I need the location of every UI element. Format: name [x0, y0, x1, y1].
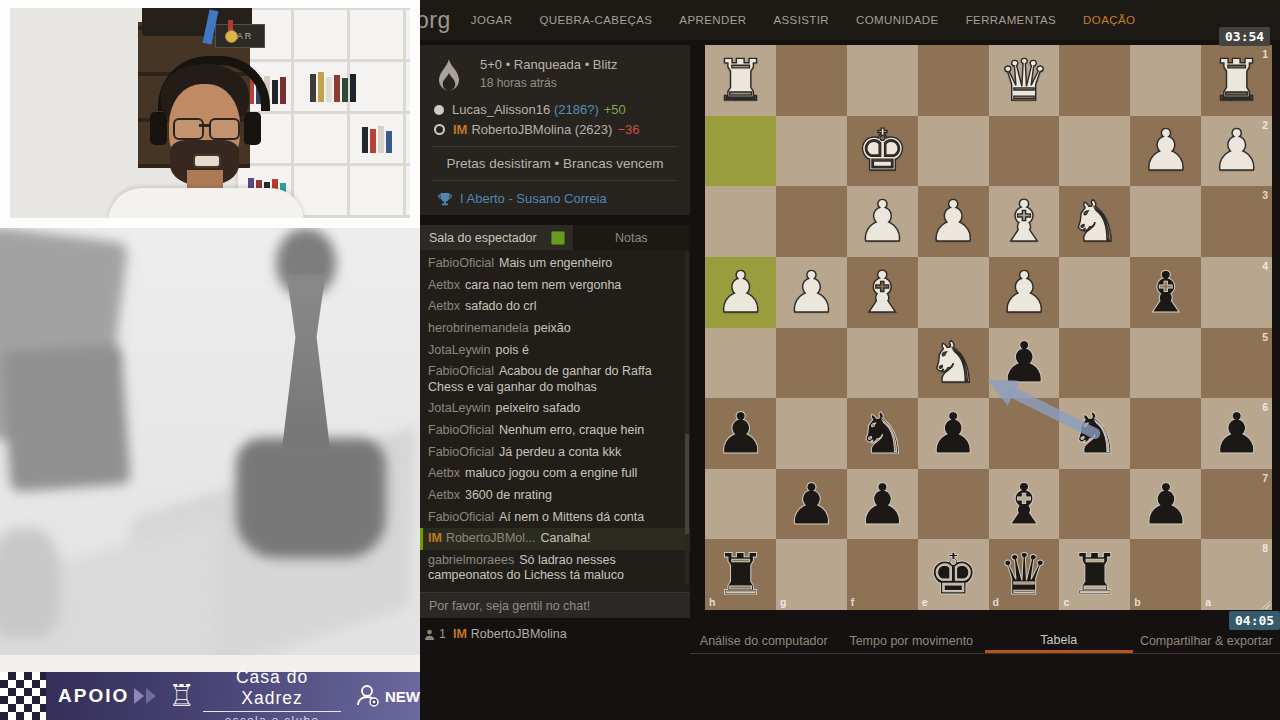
- chess-board: ♜♛♜1♚♟♟2♟♟♝♞3♟♟♝♟♝4♞♟5♟♞♟♞♟6♟♟♝♟7♜hgf♚e♛…: [705, 45, 1272, 610]
- square-b3[interactable]: [1130, 186, 1201, 257]
- black-bishop-d7: ♝: [989, 469, 1060, 540]
- glasses: [209, 118, 240, 140]
- square-b1[interactable]: [1130, 45, 1201, 116]
- chat-message: FabioOficialNenhum erro, craque hein: [420, 420, 690, 442]
- banner-new-label: NEW: [385, 688, 420, 705]
- white-knight-e5: ♞: [918, 328, 989, 399]
- medal: [225, 30, 238, 43]
- black-player-rating: (2623): [575, 122, 613, 137]
- square-a3[interactable]: 3: [1201, 186, 1272, 257]
- black-pawn-h6: ♟: [705, 398, 776, 469]
- tab-notes[interactable]: Notas: [573, 225, 690, 250]
- top-nav: org JOGARQUEBRA-CABEÇASAPRENDERASSISTIRC…: [420, 0, 1280, 40]
- black-pawn-b7: ♟: [1130, 469, 1201, 540]
- square-g3[interactable]: [776, 186, 847, 257]
- chat-message: FabioOficialAcabou de ganhar do Raffa Ch…: [420, 361, 690, 398]
- chat-toggle[interactable]: [551, 231, 565, 245]
- black-queen-d8: ♛: [989, 539, 1060, 610]
- rook-logo-icon: ♖: [168, 681, 195, 711]
- square-h1[interactable]: ♜: [705, 45, 776, 116]
- white-pawn-g4: ♟: [776, 257, 847, 328]
- trophy-icon: [438, 192, 452, 206]
- chat-messages: FabioOficialMais um engenheiroAetbxcara …: [420, 250, 690, 592]
- chat-username[interactable]: Aetbx: [428, 466, 460, 480]
- person-shirt: [108, 188, 304, 218]
- banner-subtitle: escola e clube: [203, 714, 341, 720]
- square-a1[interactable]: ♜1: [1201, 45, 1272, 116]
- square-g7[interactable]: ♟: [776, 469, 847, 540]
- chat-message: herobrinemandelapeixão: [420, 318, 690, 340]
- chat-tabs: Sala do espectador Notas: [420, 225, 690, 250]
- square-c5[interactable]: [1059, 328, 1130, 399]
- spectator-room-label: Sala do espectador: [429, 231, 537, 245]
- books: [362, 126, 392, 153]
- banner-new: NEW: [355, 683, 420, 709]
- white-knight-c3: ♞: [1059, 186, 1130, 257]
- white-pawn-b2: ♟: [1130, 116, 1201, 187]
- file-label-c: c: [1063, 596, 1069, 608]
- webcam-video: WAR: [10, 8, 410, 218]
- blitz-flame-icon: [434, 59, 464, 97]
- im-title-badge: IM: [453, 122, 467, 137]
- square-f4[interactable]: ♝: [847, 257, 918, 328]
- square-d8[interactable]: ♛d: [989, 539, 1060, 610]
- chat-message: JotaLeywinpeixeiro safado: [420, 398, 690, 420]
- white-rating-diff: +50: [604, 102, 626, 117]
- banner-apoio-label: APOIO: [58, 685, 129, 707]
- square-h3[interactable]: [705, 186, 776, 257]
- chat-text: 3600 de nrating: [465, 488, 552, 502]
- chat-message: Aetbxcara nao tem nem vergonha: [420, 275, 690, 297]
- person-gear-icon: [355, 683, 381, 709]
- rank-label-6: 6: [1262, 401, 1268, 413]
- spectator-count: 1: [439, 627, 446, 641]
- white-bishop-d3: ♝: [989, 186, 1060, 257]
- square-d6[interactable]: [989, 398, 1060, 469]
- glasses: [173, 118, 204, 140]
- divider: [432, 180, 678, 181]
- black-knight-f6: ♞: [847, 398, 918, 469]
- square-f1[interactable]: [847, 45, 918, 116]
- chevron-icon: [134, 688, 144, 704]
- chat-message: Aetbxsafado do crl: [420, 296, 690, 318]
- chat-message: FabioOficialAí nem o Mittens dá conta: [420, 507, 690, 529]
- square-d3[interactable]: ♝: [989, 186, 1060, 257]
- blurred-white-piece: [0, 528, 60, 638]
- square-f3[interactable]: ♟: [847, 186, 918, 257]
- nav-item-doacao[interactable]: DOAÇÃO: [1083, 14, 1135, 26]
- square-b2[interactable]: ♟: [1130, 116, 1201, 187]
- black-color-icon: [434, 124, 445, 135]
- square-c1[interactable]: [1059, 45, 1130, 116]
- chat-username[interactable]: RobertoJBMol...: [446, 531, 536, 545]
- time-control: 5+0 • Ranqueada • Blitz: [480, 57, 617, 72]
- white-rook-h1: ♜: [705, 45, 776, 116]
- square-c7[interactable]: [1059, 469, 1130, 540]
- file-label-f: f: [851, 596, 855, 608]
- chat-username[interactable]: FabioOficial: [428, 256, 494, 270]
- blurred-piece: [1, 344, 130, 492]
- casa-do-xadrez-logo: ♖ Casa do Xadrez escola e clube: [168, 667, 341, 720]
- banner-brand: Casa do Xadrez: [203, 667, 341, 712]
- square-h6[interactable]: ♟: [705, 398, 776, 469]
- tab-compartilhar-exportar[interactable]: Compartilhar & exportar: [1133, 630, 1280, 653]
- black-king-e8: ♚: [918, 539, 989, 610]
- black-pawn-d5: ♟: [989, 328, 1060, 399]
- black-rook-c8: ♜: [1059, 539, 1130, 610]
- sponsor-banner: APOIO ♖ Casa do Xadrez escola e clube NE…: [0, 672, 420, 720]
- square-b7[interactable]: ♟: [1130, 469, 1201, 540]
- chat-message: FabioOficialJá perdeu a conta kkk: [420, 442, 690, 464]
- tab-spectator-room[interactable]: Sala do espectador: [420, 225, 573, 250]
- blurred-king-base: [236, 438, 386, 558]
- square-h2[interactable]: [705, 116, 776, 187]
- board-grid: ♜♛♜1♚♟♟2♟♟♝♞3♟♟♝♟♝4♞♟5♟♞♟♞♟6♟♟♝♟7♜hgf♚e♛…: [705, 45, 1272, 610]
- rank-label-7: 7: [1262, 472, 1268, 484]
- chat-message: gabrielmoraeesSó ladrao nesses campeonat…: [420, 550, 690, 587]
- white-player-name[interactable]: Lucas_Alisson16: [452, 102, 550, 117]
- chat-username[interactable]: FabioOficial: [428, 510, 494, 524]
- square-a4[interactable]: 4: [1201, 257, 1272, 328]
- square-a5[interactable]: 5: [1201, 328, 1272, 399]
- chat-username[interactable]: FabioOficial: [428, 445, 494, 459]
- chat-username[interactable]: JotaLeywin: [428, 401, 491, 415]
- white-pawn-h4: ♟: [705, 257, 776, 328]
- nav-item-comunidade[interactable]: COMUNIDADE: [856, 14, 939, 26]
- square-d5[interactable]: ♟: [989, 328, 1060, 399]
- file-label-e: e: [922, 596, 928, 608]
- square-f7[interactable]: ♟: [847, 469, 918, 540]
- black-clock: 04:05: [1229, 611, 1280, 630]
- square-e4[interactable]: [918, 257, 989, 328]
- nav-item-ferramentas[interactable]: FERRAMENTAS: [966, 14, 1056, 26]
- chat-text: pois é: [496, 343, 529, 357]
- chat-text: Aí nem o Mittens dá conta: [499, 510, 644, 524]
- chat-username[interactable]: gabrielmoraees: [428, 553, 514, 567]
- notes-label: Notas: [615, 231, 648, 245]
- file-label-a: a: [1205, 596, 1211, 608]
- white-pawn-f3: ♟: [847, 186, 918, 257]
- nav-item-assistir[interactable]: ASSISTIR: [773, 14, 829, 26]
- im-title-badge: IM: [453, 627, 467, 641]
- chat-scrollbar[interactable]: [685, 252, 689, 584]
- square-e8[interactable]: ♚e: [918, 539, 989, 610]
- black-bishop-b4: ♝: [1130, 257, 1201, 328]
- tab-tabela[interactable]: Tabela: [985, 630, 1133, 653]
- chat-text: cara nao tem nem vergonha: [465, 278, 621, 292]
- chat-message: IMRobertoJBMol...Canalha!: [420, 528, 690, 550]
- blurred-king-body: [262, 274, 350, 454]
- square-c3[interactable]: ♞: [1059, 186, 1130, 257]
- black-knight-c6: ♞: [1059, 398, 1130, 469]
- chat-text: Já perdeu a conta kkk: [499, 445, 621, 459]
- rank-label-3: 3: [1262, 189, 1268, 201]
- square-c2[interactable]: [1059, 116, 1130, 187]
- black-pawn-e6: ♟: [918, 398, 989, 469]
- square-b8[interactable]: b: [1130, 539, 1201, 610]
- square-c4[interactable]: [1059, 257, 1130, 328]
- chat-username[interactable]: JotaLeywin: [428, 343, 491, 357]
- chat-message: JotaLeywinpois é: [420, 340, 690, 362]
- tournament-name[interactable]: I Aberto - Susano Correia: [460, 191, 607, 206]
- game-info-panel: 5+0 • Ranqueada • Blitz 18 horas atrás L…: [420, 45, 690, 215]
- white-pawn-e3: ♟: [918, 186, 989, 257]
- person-mouth: [193, 154, 221, 168]
- white-clock: 03:54: [1219, 27, 1270, 46]
- checkerboard-pattern: [0, 672, 46, 720]
- white-king-f2: ♚: [847, 116, 918, 187]
- square-h5[interactable]: [705, 328, 776, 399]
- square-g2[interactable]: [776, 116, 847, 187]
- black-player-name[interactable]: RobertoJBMolina: [471, 122, 571, 137]
- glasses-bridge: [199, 124, 210, 127]
- nav-items: JOGARQUEBRA-CABEÇASAPRENDERASSISTIRCOMUN…: [471, 14, 1056, 26]
- rank-label-8: 8: [1262, 542, 1268, 554]
- player-row-black: IM RobertoJBMolina (2623) −36: [434, 122, 690, 137]
- square-d7[interactable]: ♝: [989, 469, 1060, 540]
- war-game-box: WAR: [215, 24, 265, 48]
- player-row-white: Lucas_Alisson16 (2186?) +50: [434, 102, 690, 117]
- square-e7[interactable]: [918, 469, 989, 540]
- chat-input-row: [420, 592, 690, 618]
- divider: [432, 146, 678, 147]
- square-e5[interactable]: ♞: [918, 328, 989, 399]
- square-d1[interactable]: ♛: [989, 45, 1060, 116]
- spectator-list: 1 IM RobertoJBMolina: [424, 627, 567, 641]
- rank-label-2: 2: [1262, 119, 1268, 131]
- headphone-cup-left: [150, 112, 167, 145]
- spectator-name[interactable]: RobertoJBMolina: [471, 627, 567, 641]
- chat-text: maluco jogou com a engine full: [465, 466, 637, 480]
- rank-label-1: 1: [1262, 48, 1268, 60]
- white-pawn-d4: ♟: [989, 257, 1060, 328]
- square-a7[interactable]: 7: [1201, 469, 1272, 540]
- black-pawn-g7: ♟: [776, 469, 847, 540]
- square-a2[interactable]: ♟2: [1201, 116, 1272, 187]
- square-f5[interactable]: [847, 328, 918, 399]
- chat-username[interactable]: Aetbx: [428, 488, 460, 502]
- chat-message: Aetbx3600 de nrating: [420, 485, 690, 507]
- square-b5[interactable]: [1130, 328, 1201, 399]
- analysis-tabs: Análise do computadorTempo por movimento…: [690, 630, 1280, 654]
- chat-message: Aetbxmaluco jogou com a engine full: [420, 463, 690, 485]
- nav-item-quebracabeas[interactable]: QUEBRA-CABEÇAS: [539, 14, 652, 26]
- headphone-cup-right: [244, 112, 261, 145]
- square-h7[interactable]: [705, 469, 776, 540]
- webcam-frame: WAR: [0, 0, 420, 228]
- square-h4[interactable]: ♟: [705, 257, 776, 328]
- square-f2[interactable]: ♚: [847, 116, 918, 187]
- chat-username[interactable]: FabioOficial: [428, 423, 494, 437]
- nav-item-aprender[interactable]: APRENDER: [679, 14, 746, 26]
- square-b4[interactable]: ♝: [1130, 257, 1201, 328]
- tab-an-lise-do-computador[interactable]: Análise do computador: [690, 630, 838, 653]
- white-bishop-f4: ♝: [847, 257, 918, 328]
- square-f6[interactable]: ♞: [847, 398, 918, 469]
- square-e2[interactable]: [918, 116, 989, 187]
- square-a6[interactable]: ♟6: [1201, 398, 1272, 469]
- white-queen-d1: ♛: [989, 45, 1060, 116]
- im-title-badge: IM: [428, 531, 442, 545]
- white-color-icon: [434, 105, 444, 115]
- nav-item-jogar[interactable]: JOGAR: [471, 14, 513, 26]
- file-label-h: h: [709, 596, 715, 608]
- rank-label-4: 4: [1262, 260, 1268, 272]
- square-b6[interactable]: [1130, 398, 1201, 469]
- lichess-logo[interactable]: org: [416, 7, 451, 34]
- square-e3[interactable]: ♟: [918, 186, 989, 257]
- file-label-d: d: [993, 596, 999, 608]
- square-d4[interactable]: ♟: [989, 257, 1060, 328]
- chat-username[interactable]: FabioOficial: [428, 364, 494, 378]
- books: [310, 72, 356, 102]
- square-c6[interactable]: ♞: [1059, 398, 1130, 469]
- tab-tempo-por-movimento[interactable]: Tempo por movimento: [838, 630, 986, 653]
- file-label-g: g: [780, 596, 786, 608]
- game-info-header: 5+0 • Ranqueada • Blitz 18 horas atrás: [434, 57, 690, 97]
- chevron-icon: [146, 688, 156, 704]
- square-g5[interactable]: [776, 328, 847, 399]
- game-date: 18 horas atrás: [480, 76, 617, 90]
- chat-text: safado do crl: [465, 299, 537, 313]
- square-g4[interactable]: ♟: [776, 257, 847, 328]
- square-c8[interactable]: ♜c: [1059, 539, 1130, 610]
- game-result: Pretas desistiram • Brancas vencem: [420, 156, 690, 171]
- chat-username[interactable]: Aetbx: [428, 299, 460, 313]
- chat-text: peixão: [534, 321, 571, 335]
- square-g8[interactable]: g: [776, 539, 847, 610]
- spectator-icon: [424, 629, 435, 640]
- chat-panel: Sala do espectador Notas FabioOficialMai…: [420, 225, 690, 618]
- chat-message: FabioOficialMais um engenheiro: [420, 253, 690, 275]
- chat-input[interactable]: [420, 598, 688, 614]
- square-f8[interactable]: f: [847, 539, 918, 610]
- rank-label-5: 5: [1262, 331, 1268, 343]
- black-pawn-f7: ♟: [847, 469, 918, 540]
- chat-text: peixeiro safado: [496, 401, 581, 415]
- chat-text: Canalha!: [541, 531, 591, 545]
- tournament-link[interactable]: I Aberto - Susano Correia: [438, 191, 690, 206]
- chat-text: Mais um engenheiro: [499, 256, 612, 270]
- square-g6[interactable]: [776, 398, 847, 469]
- black-rating-diff: −36: [617, 122, 639, 137]
- file-label-b: b: [1134, 596, 1140, 608]
- square-g1[interactable]: [776, 45, 847, 116]
- chat-username[interactable]: Aetbx: [428, 278, 460, 292]
- board-resize-handle[interactable]: [1261, 600, 1270, 609]
- square-d2[interactable]: [989, 116, 1060, 187]
- chat-text: Nenhum erro, craque hein: [499, 423, 644, 437]
- square-h8[interactable]: ♜h: [705, 539, 776, 610]
- blurred-chess-backdrop: [0, 228, 420, 655]
- square-e6[interactable]: ♟: [918, 398, 989, 469]
- white-player-rating: (2186?): [554, 102, 599, 117]
- square-e1[interactable]: [918, 45, 989, 116]
- chat-username[interactable]: herobrinemandela: [428, 321, 529, 335]
- black-rook-h8: ♜: [705, 539, 776, 610]
